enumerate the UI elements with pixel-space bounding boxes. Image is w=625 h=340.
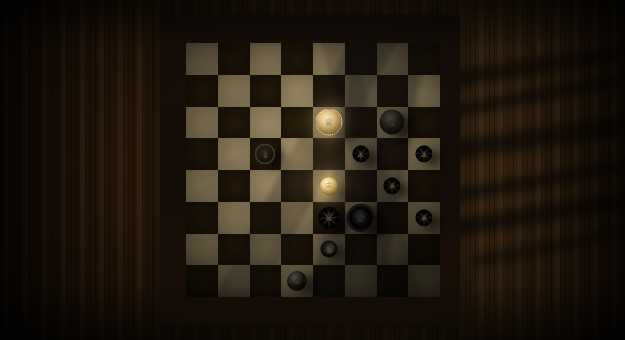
scene: ♕♝♝♟♟♔♟♛♚♟♞♟: [0, 0, 625, 340]
vignette-overlay: [0, 0, 625, 340]
